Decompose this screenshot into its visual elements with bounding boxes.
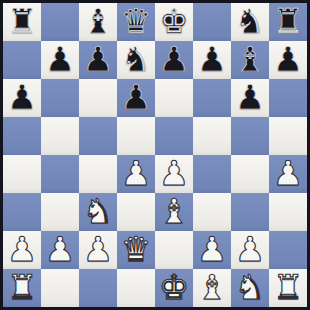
square-c3[interactable]: ♞ xyxy=(79,193,117,231)
black-bishop[interactable]: ♝ xyxy=(83,3,113,40)
white-rook[interactable]: ♜ xyxy=(7,269,37,306)
square-f5[interactable] xyxy=(193,117,231,155)
square-a5[interactable] xyxy=(3,117,41,155)
black-pawn[interactable]: ♟ xyxy=(197,41,227,78)
square-f6[interactable] xyxy=(193,79,231,117)
square-e5[interactable] xyxy=(155,117,193,155)
square-e3[interactable]: ♝ xyxy=(155,193,193,231)
white-pawn[interactable]: ♟ xyxy=(45,231,75,268)
square-g4[interactable] xyxy=(231,155,269,193)
square-b1[interactable] xyxy=(41,269,79,307)
square-f2[interactable]: ♟ xyxy=(193,231,231,269)
square-c7[interactable]: ♟ xyxy=(79,41,117,79)
square-d2[interactable]: ♛ xyxy=(117,231,155,269)
square-e4[interactable]: ♟ xyxy=(155,155,193,193)
square-b4[interactable] xyxy=(41,155,79,193)
black-pawn[interactable]: ♟ xyxy=(235,79,265,116)
square-h1[interactable]: ♜ xyxy=(269,269,307,307)
square-g5[interactable] xyxy=(231,117,269,155)
square-b3[interactable] xyxy=(41,193,79,231)
square-e6[interactable] xyxy=(155,79,193,117)
black-queen[interactable]: ♛ xyxy=(121,3,151,40)
white-knight[interactable]: ♞ xyxy=(83,193,113,230)
black-pawn[interactable]: ♟ xyxy=(159,41,189,78)
white-king[interactable]: ♚ xyxy=(159,269,189,306)
square-d7[interactable]: ♞ xyxy=(117,41,155,79)
black-bishop[interactable]: ♝ xyxy=(235,41,265,78)
white-pawn[interactable]: ♟ xyxy=(121,155,151,192)
black-knight[interactable]: ♞ xyxy=(235,3,265,40)
square-h3[interactable] xyxy=(269,193,307,231)
square-c4[interactable] xyxy=(79,155,117,193)
square-g8[interactable]: ♞ xyxy=(231,3,269,41)
square-g1[interactable]: ♞ xyxy=(231,269,269,307)
square-c6[interactable] xyxy=(79,79,117,117)
square-c5[interactable] xyxy=(79,117,117,155)
black-pawn[interactable]: ♟ xyxy=(45,41,75,78)
square-e8[interactable]: ♚ xyxy=(155,3,193,41)
square-g3[interactable] xyxy=(231,193,269,231)
square-h5[interactable] xyxy=(269,117,307,155)
square-b8[interactable] xyxy=(41,3,79,41)
square-h6[interactable] xyxy=(269,79,307,117)
square-e2[interactable] xyxy=(155,231,193,269)
square-b7[interactable]: ♟ xyxy=(41,41,79,79)
white-pawn[interactable]: ♟ xyxy=(235,231,265,268)
white-knight[interactable]: ♞ xyxy=(235,269,265,306)
square-d4[interactable]: ♟ xyxy=(117,155,155,193)
square-b2[interactable]: ♟ xyxy=(41,231,79,269)
square-a1[interactable]: ♜ xyxy=(3,269,41,307)
square-a2[interactable]: ♟ xyxy=(3,231,41,269)
square-h7[interactable]: ♟ xyxy=(269,41,307,79)
black-king[interactable]: ♚ xyxy=(159,3,189,40)
square-b6[interactable] xyxy=(41,79,79,117)
black-pawn[interactable]: ♟ xyxy=(273,41,303,78)
square-f1[interactable]: ♝ xyxy=(193,269,231,307)
square-d8[interactable]: ♛ xyxy=(117,3,155,41)
black-knight[interactable]: ♞ xyxy=(121,41,151,78)
square-f3[interactable] xyxy=(193,193,231,231)
square-c2[interactable]: ♟ xyxy=(79,231,117,269)
white-pawn[interactable]: ♟ xyxy=(159,155,189,192)
square-d1[interactable] xyxy=(117,269,155,307)
square-a8[interactable]: ♜ xyxy=(3,3,41,41)
chess-board: ♜♝♛♚♞♜♟♟♞♟♟♝♟♟♟♟♟♟♟♞♝♟♟♟♛♟♟♜♚♝♞♜ xyxy=(3,3,307,307)
square-b5[interactable] xyxy=(41,117,79,155)
white-bishop[interactable]: ♝ xyxy=(159,193,189,230)
square-h2[interactable] xyxy=(269,231,307,269)
square-g2[interactable]: ♟ xyxy=(231,231,269,269)
square-a3[interactable] xyxy=(3,193,41,231)
square-e1[interactable]: ♚ xyxy=(155,269,193,307)
square-f4[interactable] xyxy=(193,155,231,193)
white-pawn[interactable]: ♟ xyxy=(197,231,227,268)
square-c1[interactable] xyxy=(79,269,117,307)
square-f8[interactable] xyxy=(193,3,231,41)
square-g7[interactable]: ♝ xyxy=(231,41,269,79)
square-d5[interactable] xyxy=(117,117,155,155)
black-pawn[interactable]: ♟ xyxy=(83,41,113,78)
white-bishop[interactable]: ♝ xyxy=(197,269,227,306)
square-h8[interactable]: ♜ xyxy=(269,3,307,41)
square-d3[interactable] xyxy=(117,193,155,231)
square-g6[interactable]: ♟ xyxy=(231,79,269,117)
square-e7[interactable]: ♟ xyxy=(155,41,193,79)
white-rook[interactable]: ♜ xyxy=(273,269,303,306)
white-pawn[interactable]: ♟ xyxy=(7,231,37,268)
black-rook[interactable]: ♜ xyxy=(7,3,37,40)
square-h4[interactable]: ♟ xyxy=(269,155,307,193)
square-c8[interactable]: ♝ xyxy=(79,3,117,41)
white-queen[interactable]: ♛ xyxy=(121,231,151,268)
square-a4[interactable] xyxy=(3,155,41,193)
white-pawn[interactable]: ♟ xyxy=(83,231,113,268)
black-pawn[interactable]: ♟ xyxy=(7,79,37,116)
white-pawn[interactable]: ♟ xyxy=(273,155,303,192)
square-d6[interactable]: ♟ xyxy=(117,79,155,117)
black-rook[interactable]: ♜ xyxy=(273,3,303,40)
black-pawn[interactable]: ♟ xyxy=(121,79,151,116)
board-frame: ♜♝♛♚♞♜♟♟♞♟♟♝♟♟♟♟♟♟♟♞♝♟♟♟♛♟♟♜♚♝♞♜ xyxy=(0,0,310,310)
square-f7[interactable]: ♟ xyxy=(193,41,231,79)
square-a7[interactable] xyxy=(3,41,41,79)
square-a6[interactable]: ♟ xyxy=(3,79,41,117)
